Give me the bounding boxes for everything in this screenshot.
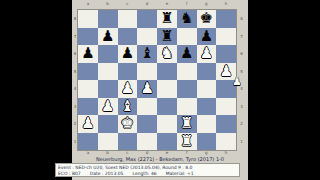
square-h1 xyxy=(216,133,236,151)
square-d8 xyxy=(137,10,157,28)
file-label-e: e xyxy=(157,150,177,155)
black-knight-piece: ♞ xyxy=(180,11,193,26)
white-pawn-piece: ♟ xyxy=(200,46,213,61)
white-bishop-piece: ♝ xyxy=(121,99,134,114)
square-c1 xyxy=(118,133,138,151)
square-e1 xyxy=(157,133,177,151)
file-label-f: f xyxy=(177,150,197,155)
square-d5 xyxy=(137,63,157,81)
white-pawn-piece: ♟ xyxy=(140,81,153,96)
square-a6: ♟ xyxy=(78,45,98,63)
stats-line: ECO : B07 Date : 2013.05 Length: 46 Mate… xyxy=(58,171,237,176)
square-a3 xyxy=(78,98,98,116)
square-g4 xyxy=(197,80,217,98)
square-b3: ♟ xyxy=(98,98,118,116)
players-result-title: Neuerburg, Max (2271) - Bekedam, Tyro (2… xyxy=(72,156,248,162)
white-knight-piece: ♞ xyxy=(160,46,173,61)
square-g6: ♟ xyxy=(197,45,217,63)
file-labels-bottom: abcdefgh xyxy=(78,150,236,155)
square-e3 xyxy=(157,98,177,116)
square-f8: ♞ xyxy=(177,10,197,28)
square-b6 xyxy=(98,45,118,63)
material-advantage-pawn-icon: ♟ xyxy=(232,76,242,87)
file-label-a: a xyxy=(78,1,98,6)
square-d3 xyxy=(137,98,157,116)
square-d2 xyxy=(137,115,157,133)
square-a7 xyxy=(78,28,98,46)
square-e4 xyxy=(157,80,177,98)
black-bishop-piece: ♝ xyxy=(140,46,153,61)
game-info-box: Event : NED-ch U20, Soest NED (2013.05.0… xyxy=(55,163,240,177)
chess-board: ♜♞♚♟♜♟♟♟♝♞♟♟♟♟♟♟♝♟♚♜♜ xyxy=(78,10,236,150)
black-pawn-piece: ♟ xyxy=(200,29,213,44)
white-rook-piece: ♜ xyxy=(180,116,193,131)
white-pawn-piece: ♟ xyxy=(121,81,134,96)
square-b2 xyxy=(98,115,118,133)
rank-label-1: 1 xyxy=(238,133,245,151)
square-h8 xyxy=(216,10,236,28)
black-rook-piece: ♜ xyxy=(160,29,173,44)
square-g3 xyxy=(197,98,217,116)
file-label-f: f xyxy=(177,1,197,6)
file-label-a: a xyxy=(78,150,98,155)
black-pawn-piece: ♟ xyxy=(180,46,193,61)
black-king-piece: ♚ xyxy=(200,11,213,26)
square-f6: ♟ xyxy=(177,45,197,63)
square-g2 xyxy=(197,115,217,133)
square-b8 xyxy=(98,10,118,28)
black-pawn-piece: ♟ xyxy=(81,46,94,61)
square-g5 xyxy=(197,63,217,81)
square-c3: ♝ xyxy=(118,98,138,116)
square-e2 xyxy=(157,115,177,133)
square-e8: ♜ xyxy=(157,10,177,28)
square-g8: ♚ xyxy=(197,10,217,28)
square-e6: ♞ xyxy=(157,45,177,63)
file-label-d: d xyxy=(137,150,157,155)
file-label-g: g xyxy=(197,150,217,155)
square-h7 xyxy=(216,28,236,46)
square-g1 xyxy=(197,133,217,151)
square-f4 xyxy=(177,80,197,98)
square-d4: ♟ xyxy=(137,80,157,98)
rank-label-6: 6 xyxy=(238,45,245,63)
stat-eco: ECO : B07 xyxy=(58,171,81,176)
rank-label-2: 2 xyxy=(238,115,245,133)
square-c6: ♟ xyxy=(118,45,138,63)
stat-date: Date : 2013.05 xyxy=(90,171,124,176)
square-a2: ♟ xyxy=(78,115,98,133)
file-label-d: d xyxy=(137,1,157,6)
square-a1 xyxy=(78,133,98,151)
square-f2: ♜ xyxy=(177,115,197,133)
square-c4: ♟ xyxy=(118,80,138,98)
square-a4 xyxy=(78,80,98,98)
file-label-b: b xyxy=(98,150,118,155)
file-label-e: e xyxy=(157,1,177,6)
file-label-c: c xyxy=(118,150,138,155)
white-pawn-piece: ♟ xyxy=(219,64,232,79)
square-b5 xyxy=(98,63,118,81)
square-f5 xyxy=(177,63,197,81)
black-pawn-piece: ♟ xyxy=(101,29,114,44)
square-a8 xyxy=(78,10,98,28)
square-b7: ♟ xyxy=(98,28,118,46)
white-king-piece: ♚ xyxy=(121,116,134,131)
file-label-c: c xyxy=(118,1,138,6)
stat-material: Material: +1 xyxy=(166,171,194,176)
file-label-h: h xyxy=(216,1,236,6)
square-d6: ♝ xyxy=(137,45,157,63)
square-c7 xyxy=(118,28,138,46)
square-d7 xyxy=(137,28,157,46)
letterbox-right xyxy=(248,0,320,180)
square-f3 xyxy=(177,98,197,116)
square-f7 xyxy=(177,28,197,46)
square-c2: ♚ xyxy=(118,115,138,133)
rank-label-3: 3 xyxy=(238,98,245,116)
square-b4 xyxy=(98,80,118,98)
square-h6 xyxy=(216,45,236,63)
square-c5 xyxy=(118,63,138,81)
white-pawn-piece: ♟ xyxy=(101,99,114,114)
rank-label-7: 7 xyxy=(238,28,245,46)
black-rook-piece: ♜ xyxy=(160,11,173,26)
square-h2 xyxy=(216,115,236,133)
square-e7: ♜ xyxy=(157,28,177,46)
file-label-g: g xyxy=(197,1,217,6)
black-pawn-piece: ♟ xyxy=(121,46,134,61)
file-label-b: b xyxy=(98,1,118,6)
file-labels-top: abcdefgh xyxy=(78,1,236,6)
file-label-h: h xyxy=(216,150,236,155)
square-a5 xyxy=(78,63,98,81)
white-rook-piece: ♜ xyxy=(180,134,193,149)
square-b1 xyxy=(98,133,118,151)
square-g7: ♟ xyxy=(197,28,217,46)
square-f1: ♜ xyxy=(177,133,197,151)
square-c8 xyxy=(118,10,138,28)
square-d1 xyxy=(137,133,157,151)
rank-label-8: 8 xyxy=(238,10,245,28)
white-pawn-piece: ♟ xyxy=(81,116,94,131)
letterbox-left xyxy=(0,0,72,180)
square-e5 xyxy=(157,63,177,81)
stat-length: Length: 46 xyxy=(132,171,156,176)
square-h3 xyxy=(216,98,236,116)
